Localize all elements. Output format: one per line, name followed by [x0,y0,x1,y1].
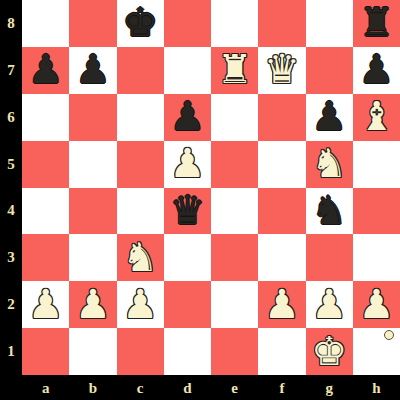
file-label-d: d [164,375,211,400]
square-e4[interactable] [211,188,258,235]
square-a4[interactable] [22,188,69,235]
square-f3[interactable] [258,234,305,281]
rank-label-7: 7 [0,47,22,94]
square-g6[interactable]: ♟ [306,94,353,141]
square-e7[interactable]: ♜ [211,47,258,94]
rank-label-6: 6 [0,94,22,141]
file-labels: abcdefgh [22,375,400,400]
square-d4[interactable]: ♛ [164,188,211,235]
square-a8[interactable] [22,0,69,47]
file-label-b: b [69,375,116,400]
piece-white-bishop[interactable]: ♝ [358,96,394,136]
square-e8[interactable] [211,0,258,47]
square-h7[interactable]: ♟ [353,47,400,94]
piece-black-knight[interactable]: ♞ [311,190,347,230]
piece-white-pawn[interactable]: ♟ [75,284,111,324]
square-a6[interactable] [22,94,69,141]
piece-black-pawn[interactable]: ♟ [358,49,394,89]
square-f2[interactable]: ♟ [258,281,305,328]
piece-black-pawn[interactable]: ♟ [169,96,205,136]
square-d5[interactable]: ♟ [164,141,211,188]
square-h2[interactable]: ♟ [353,281,400,328]
piece-black-pawn[interactable]: ♟ [28,49,64,89]
square-e3[interactable] [211,234,258,281]
square-d6[interactable]: ♟ [164,94,211,141]
square-g3[interactable] [306,234,353,281]
square-c4[interactable] [117,188,164,235]
square-f1[interactable] [258,328,305,375]
square-a7[interactable]: ♟ [22,47,69,94]
square-a2[interactable]: ♟ [22,281,69,328]
square-e5[interactable] [211,141,258,188]
square-a1[interactable] [22,328,69,375]
square-c1[interactable] [117,328,164,375]
file-label-c: c [117,375,164,400]
square-g8[interactable] [306,0,353,47]
square-g5[interactable]: ♞ [306,141,353,188]
piece-black-pawn[interactable]: ♟ [75,49,111,89]
rank-label-8: 8 [0,0,22,47]
file-label-f: f [258,375,305,400]
square-h3[interactable] [353,234,400,281]
file-label-e: e [211,375,258,400]
square-g7[interactable] [306,47,353,94]
square-f7[interactable]: ♛ [258,47,305,94]
square-g4[interactable]: ♞ [306,188,353,235]
rank-label-2: 2 [0,281,22,328]
square-d7[interactable] [164,47,211,94]
chess-board-screenshot: 87654321 ♚♜♟♟♜♛♟♟♟♝♟♞♛♞♞♟♟♟♟♟♟♚ abcdefgh [0,0,400,400]
square-h6[interactable]: ♝ [353,94,400,141]
rank-labels: 87654321 [0,0,22,375]
square-f6[interactable] [258,94,305,141]
square-a5[interactable] [22,141,69,188]
square-b4[interactable] [69,188,116,235]
piece-white-pawn[interactable]: ♟ [122,284,158,324]
square-b6[interactable] [69,94,116,141]
piece-white-queen[interactable]: ♛ [264,49,300,89]
chess-board: ♚♜♟♟♜♛♟♟♟♝♟♞♛♞♞♟♟♟♟♟♟♚ [22,0,400,375]
square-e6[interactable] [211,94,258,141]
piece-black-rook[interactable]: ♜ [358,2,394,42]
square-h8[interactable]: ♜ [353,0,400,47]
square-g1[interactable]: ♚ [306,328,353,375]
square-e2[interactable] [211,281,258,328]
move-indicator-circle [384,330,394,340]
square-d8[interactable] [164,0,211,47]
square-h4[interactable] [353,188,400,235]
rank-label-3: 3 [0,234,22,281]
square-c6[interactable] [117,94,164,141]
square-b1[interactable] [69,328,116,375]
piece-white-pawn[interactable]: ♟ [169,143,205,183]
square-d2[interactable] [164,281,211,328]
square-c2[interactable]: ♟ [117,281,164,328]
square-f8[interactable] [258,0,305,47]
square-d3[interactable] [164,234,211,281]
file-label-a: a [22,375,69,400]
square-b7[interactable]: ♟ [69,47,116,94]
square-a3[interactable] [22,234,69,281]
square-b2[interactable]: ♟ [69,281,116,328]
square-f5[interactable] [258,141,305,188]
rank-label-4: 4 [0,188,22,235]
piece-black-queen[interactable]: ♛ [169,190,205,230]
rank-label-5: 5 [0,141,22,188]
square-c8[interactable]: ♚ [117,0,164,47]
square-g2[interactable]: ♟ [306,281,353,328]
piece-black-king[interactable]: ♚ [122,2,158,42]
square-c5[interactable] [117,141,164,188]
square-b3[interactable] [69,234,116,281]
piece-white-pawn[interactable]: ♟ [28,284,64,324]
piece-white-king[interactable]: ♚ [311,331,347,371]
square-c7[interactable] [117,47,164,94]
piece-white-pawn[interactable]: ♟ [264,284,300,324]
square-c3[interactable]: ♞ [117,234,164,281]
rank-label-1: 1 [0,328,22,375]
file-label-g: g [306,375,353,400]
piece-white-pawn[interactable]: ♟ [358,284,394,324]
square-d1[interactable] [164,328,211,375]
file-label-h: h [353,375,400,400]
piece-white-rook[interactable]: ♜ [217,49,253,89]
square-e1[interactable] [211,328,258,375]
square-b5[interactable] [69,141,116,188]
square-h5[interactable] [353,141,400,188]
piece-white-knight[interactable]: ♞ [311,143,347,183]
square-f4[interactable] [258,188,305,235]
piece-white-knight[interactable]: ♞ [122,237,158,277]
square-b8[interactable] [69,0,116,47]
piece-white-pawn[interactable]: ♟ [311,284,347,324]
piece-black-pawn[interactable]: ♟ [311,96,347,136]
